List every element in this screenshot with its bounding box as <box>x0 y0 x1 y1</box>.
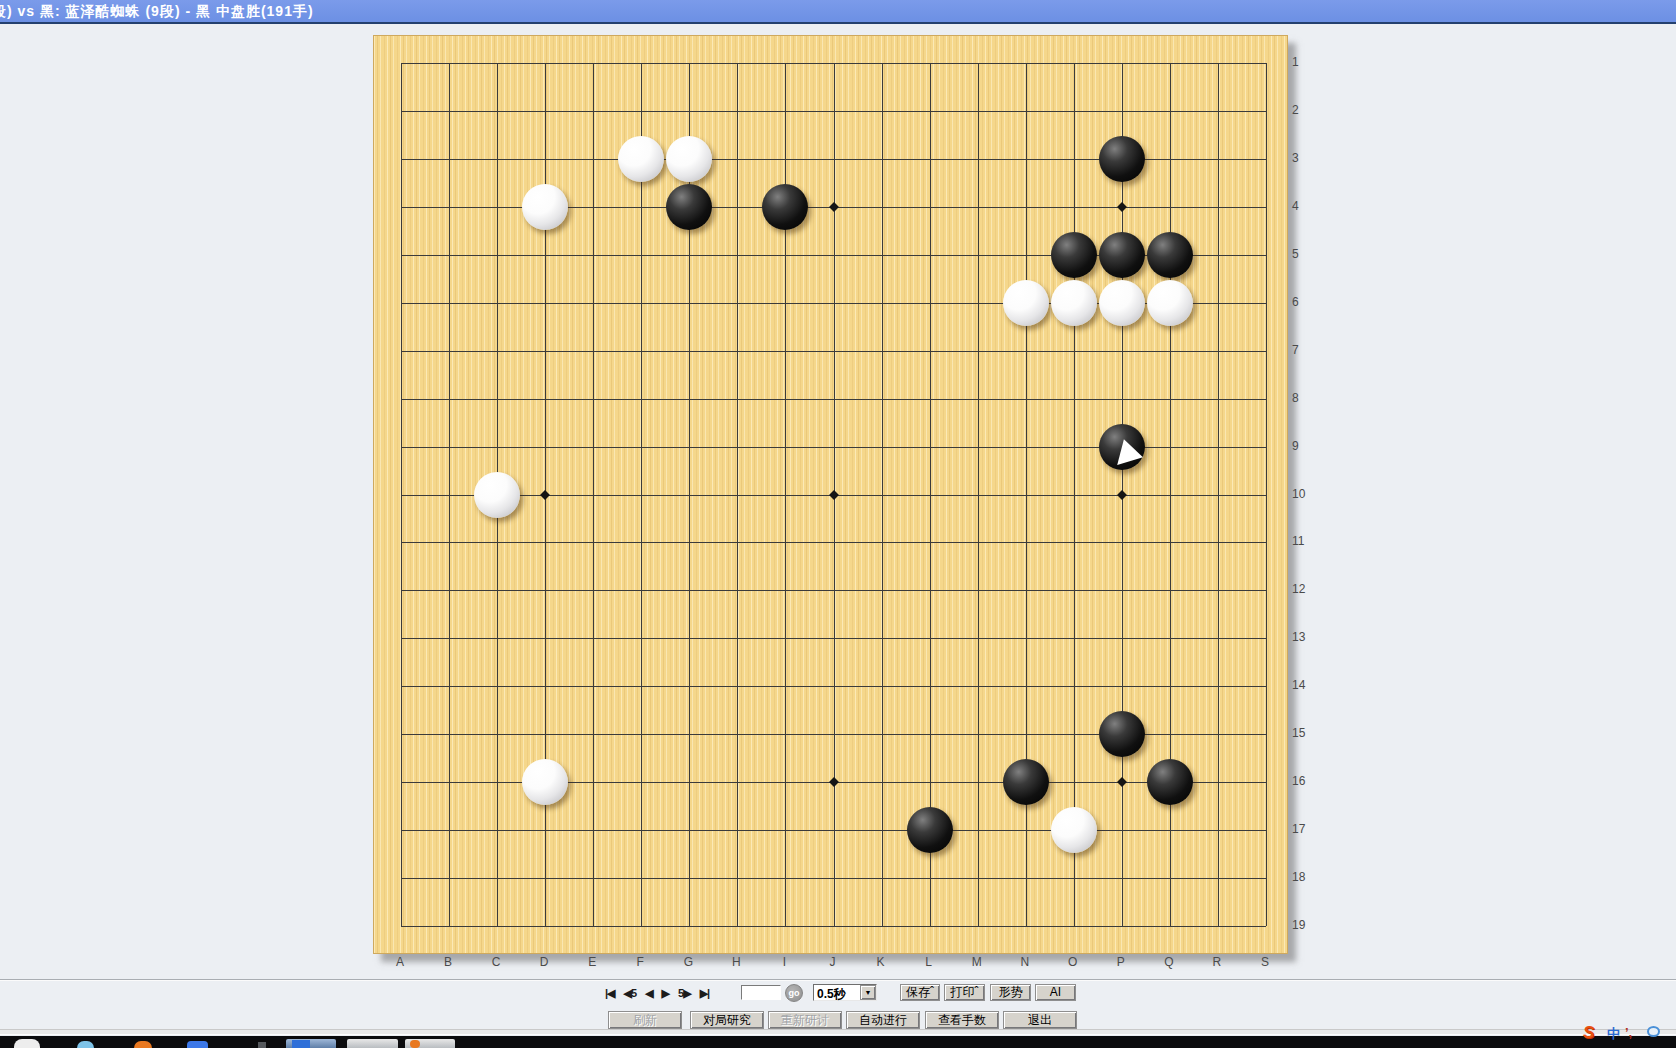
black-stone-G4 <box>666 184 712 230</box>
row-label-19: 19 <box>1292 918 1305 932</box>
col-label-I: I <box>783 955 786 969</box>
territory-button[interactable]: 形势 <box>990 984 1031 1001</box>
grid-line-horizontal <box>401 638 1266 639</box>
grid-line-horizontal <box>401 878 1266 879</box>
grid-line-horizontal <box>401 542 1266 543</box>
refresh-button: 刷新 <box>608 1011 682 1029</box>
star-point-J16 <box>829 777 839 787</box>
star-point-P10 <box>1117 490 1127 500</box>
col-label-N: N <box>1020 955 1029 969</box>
white-stone-O17 <box>1051 807 1097 853</box>
autoplay-button[interactable]: 自动进行 <box>846 1011 920 1029</box>
move-navigation: |◀ ◀5 ◀ ▶ 5▶ ▶| <box>605 987 709 1000</box>
nav-forward-button[interactable]: ▶ <box>662 987 669 1000</box>
black-stone-O5 <box>1051 232 1097 278</box>
black-stone-L17 <box>907 807 953 853</box>
col-label-F: F <box>637 955 644 969</box>
black-stone-I4 <box>762 184 808 230</box>
taskbar-app2-icon[interactable] <box>187 1041 208 1048</box>
view-move-numbers-button[interactable]: 查看手数 <box>925 1011 999 1029</box>
black-stone-P3 <box>1099 136 1145 182</box>
white-stone-D16 <box>522 759 568 805</box>
sogou-logo-icon[interactable]: S <box>1583 1023 1594 1043</box>
row-label-8: 8 <box>1292 391 1299 405</box>
last-move-triangle-mark <box>1117 439 1143 465</box>
star-point-J4 <box>829 202 839 212</box>
col-label-O: O <box>1068 955 1077 969</box>
active-window-icon <box>292 1040 310 1048</box>
window-title: 段) vs 黑: 蓝泽酷蜘蛛 (9段) - 黑 中盘胜(191手) <box>0 3 314 21</box>
grid-line-horizontal <box>401 590 1266 591</box>
row-label-3: 3 <box>1292 151 1299 165</box>
col-label-S: S <box>1261 955 1269 969</box>
grid-line-vertical <box>1266 63 1267 926</box>
row-label-2: 2 <box>1292 103 1299 117</box>
col-label-L: L <box>925 955 932 969</box>
grid-line-horizontal <box>401 926 1266 927</box>
col-label-D: D <box>540 955 549 969</box>
col-label-K: K <box>877 955 885 969</box>
row-label-16: 16 <box>1292 774 1305 788</box>
grid-line-vertical <box>1218 63 1219 926</box>
taskbar-app3-icon[interactable] <box>258 1042 266 1048</box>
black-stone-P15 <box>1099 711 1145 757</box>
move-number-input[interactable] <box>741 985 781 1000</box>
row-label-18: 18 <box>1292 870 1305 884</box>
go-button[interactable]: go <box>785 984 803 1002</box>
exit-button[interactable]: 退出 <box>1003 1011 1077 1029</box>
col-label-G: G <box>684 955 693 969</box>
black-stone-Q16 <box>1147 759 1193 805</box>
black-stone-N16 <box>1003 759 1049 805</box>
star-point-P16 <box>1117 777 1127 787</box>
taskbar-window-button[interactable] <box>347 1039 398 1048</box>
row-label-7: 7 <box>1292 343 1299 357</box>
divider-groove <box>0 979 1676 981</box>
white-stone-Q6 <box>1147 280 1193 326</box>
ime-settings-icon[interactable] <box>1647 1026 1660 1037</box>
col-label-J: J <box>830 955 836 969</box>
col-label-R: R <box>1213 955 1222 969</box>
autoplay-delay-dropdown[interactable]: 0.5秒 ▼ <box>813 984 877 1001</box>
row-label-1: 1 <box>1292 55 1299 69</box>
delay-value: 0.5秒 <box>817 986 846 1003</box>
grid-line-horizontal <box>401 830 1266 831</box>
save-button[interactable]: 保存ˆ <box>900 984 940 1001</box>
grid-line-horizontal <box>401 686 1266 687</box>
nav-back-button[interactable]: ◀ <box>645 987 652 1000</box>
black-stone-Q5 <box>1147 232 1193 278</box>
grid-line-vertical <box>978 63 979 926</box>
titlebar-edge <box>0 22 1676 24</box>
row-label-4: 4 <box>1292 199 1299 213</box>
star-point-D10 <box>540 490 550 500</box>
col-label-P: P <box>1117 955 1125 969</box>
taskbar-active-window-button[interactable] <box>286 1039 336 1048</box>
row-label-15: 15 <box>1292 726 1305 740</box>
print-button[interactable]: 打印ˆ <box>944 984 985 1001</box>
col-label-H: H <box>732 955 741 969</box>
col-label-M: M <box>972 955 982 969</box>
ai-button[interactable]: AI <box>1035 984 1076 1001</box>
row-label-11: 11 <box>1292 534 1304 548</box>
black-stone-P5 <box>1099 232 1145 278</box>
col-label-C: C <box>492 955 501 969</box>
ime-punctuation-indicator[interactable]: ’, <box>1625 1025 1632 1040</box>
taskbar-window2-button[interactable] <box>405 1039 455 1048</box>
row-label-6: 6 <box>1292 295 1299 309</box>
windows-taskbar[interactable] <box>0 1036 1676 1048</box>
col-label-Q: Q <box>1164 955 1173 969</box>
white-stone-D4 <box>522 184 568 230</box>
white-stone-F3 <box>618 136 664 182</box>
nav-forward5-button[interactable]: 5▶ <box>678 987 691 1000</box>
col-label-E: E <box>588 955 596 969</box>
nav-first-button[interactable]: |◀ <box>605 987 615 1000</box>
star-point-P4 <box>1117 202 1127 212</box>
window-titlebar[interactable]: 段) vs 黑: 蓝泽酷蜘蛛 (9段) - 黑 中盘胜(191手) <box>0 0 1676 22</box>
nav-back5-button[interactable]: ◀5 <box>624 987 637 1000</box>
row-label-12: 12 <box>1292 582 1305 596</box>
row-label-5: 5 <box>1292 247 1299 261</box>
go-board-grid[interactable] <box>401 63 1266 926</box>
row-label-9: 9 <box>1292 439 1299 453</box>
window2-icon <box>410 1040 420 1048</box>
star-point-J10 <box>829 490 839 500</box>
go-board[interactable] <box>373 35 1288 954</box>
row-label-10: 10 <box>1292 487 1305 501</box>
game-research-button[interactable]: 对局研究 <box>690 1011 764 1029</box>
black-stone-P9 <box>1099 424 1145 470</box>
white-stone-P6 <box>1099 280 1145 326</box>
ime-language-indicator[interactable]: 中 <box>1607 1025 1620 1043</box>
col-label-A: A <box>396 955 404 969</box>
grid-line-vertical <box>930 63 931 926</box>
nav-last-button[interactable]: ▶| <box>700 987 710 1000</box>
chevron-down-icon[interactable]: ▼ <box>860 985 876 1000</box>
white-stone-G3 <box>666 136 712 182</box>
start-orb-icon[interactable] <box>14 1039 40 1048</box>
row-label-14: 14 <box>1292 678 1305 692</box>
row-label-13: 13 <box>1292 630 1305 644</box>
window-bottom-strip <box>0 1029 1676 1035</box>
taskbar-app-icon[interactable] <box>77 1041 94 1048</box>
row-label-17: 17 <box>1292 822 1305 836</box>
grid-line-vertical <box>1074 63 1075 926</box>
col-label-B: B <box>444 955 452 969</box>
grid-line-vertical <box>882 63 883 926</box>
white-stone-C10 <box>474 472 520 518</box>
restudy-button: 重新研讨 <box>768 1011 842 1029</box>
white-stone-N6 <box>1003 280 1049 326</box>
white-stone-O6 <box>1051 280 1097 326</box>
taskbar-browser-icon[interactable] <box>134 1041 152 1048</box>
